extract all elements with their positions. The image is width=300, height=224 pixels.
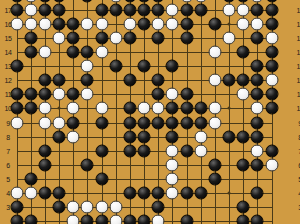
black-stone <box>251 74 264 87</box>
white-stone <box>251 102 264 115</box>
black-stone <box>123 215 136 224</box>
black-stone <box>237 74 250 87</box>
row-label-right-11: 11 <box>293 91 300 98</box>
white-stone <box>152 215 165 224</box>
white-stone <box>109 0 122 2</box>
white-stone <box>53 32 66 45</box>
black-stone <box>10 0 23 2</box>
black-stone <box>138 186 151 199</box>
row-label-right-6: 6 <box>293 161 300 168</box>
black-stone <box>109 4 122 17</box>
black-stone <box>237 215 250 224</box>
white-stone <box>10 116 23 129</box>
black-stone <box>152 32 165 45</box>
white-stone <box>166 4 179 17</box>
white-stone <box>38 18 51 31</box>
star-point <box>228 191 231 194</box>
black-stone <box>67 18 80 31</box>
black-stone <box>53 0 66 2</box>
white-stone <box>123 18 136 31</box>
black-stone <box>24 172 37 185</box>
black-stone <box>166 102 179 115</box>
black-stone <box>53 130 66 143</box>
white-stone <box>67 215 80 224</box>
black-stone <box>10 200 23 213</box>
black-stone <box>53 74 66 87</box>
black-stone <box>10 215 23 224</box>
white-stone <box>251 144 264 157</box>
white-stone <box>166 158 179 171</box>
white-stone <box>67 130 80 143</box>
black-stone <box>152 200 165 213</box>
white-stone <box>24 0 37 2</box>
black-stone <box>10 102 23 115</box>
row-label-left-5: 5 <box>1 175 15 182</box>
white-stone <box>10 18 23 31</box>
black-stone <box>81 215 94 224</box>
black-stone <box>24 102 37 115</box>
white-stone <box>138 102 151 115</box>
black-stone <box>24 88 37 101</box>
black-stone <box>123 130 136 143</box>
black-stone <box>81 158 94 171</box>
row-label-right-5: 5 <box>293 175 300 182</box>
white-stone <box>166 88 179 101</box>
black-stone <box>180 144 193 157</box>
black-stone <box>123 74 136 87</box>
black-stone <box>237 0 250 2</box>
black-stone <box>265 0 278 2</box>
white-stone <box>67 102 80 115</box>
white-stone <box>237 4 250 17</box>
black-stone <box>180 88 193 101</box>
white-stone <box>95 200 108 213</box>
black-stone <box>251 60 264 73</box>
black-stone <box>53 200 66 213</box>
black-stone <box>38 88 51 101</box>
black-stone <box>24 46 37 59</box>
black-stone <box>95 215 108 224</box>
white-stone <box>194 0 207 2</box>
black-stone <box>223 130 236 143</box>
black-stone <box>123 32 136 45</box>
black-stone <box>166 116 179 129</box>
black-stone <box>251 158 264 171</box>
white-stone <box>81 18 94 31</box>
black-stone <box>123 102 136 115</box>
white-stone <box>208 116 221 129</box>
black-stone <box>95 172 108 185</box>
white-stone <box>109 215 122 224</box>
black-stone <box>152 186 165 199</box>
row-label-left-7: 7 <box>1 147 15 154</box>
row-label-left-12: 12 <box>1 77 15 84</box>
white-stone <box>24 186 37 199</box>
black-stone <box>53 18 66 31</box>
black-stone <box>53 186 66 199</box>
black-stone <box>251 116 264 129</box>
black-stone <box>67 32 80 45</box>
grid-line-v <box>87 0 88 224</box>
white-stone <box>166 186 179 199</box>
row-label-right-4: 4 <box>293 189 300 196</box>
star-point <box>228 23 231 26</box>
white-stone <box>38 102 51 115</box>
black-stone <box>194 4 207 17</box>
black-stone <box>138 144 151 157</box>
row-label-right-8: 8 <box>293 133 300 140</box>
black-stone <box>38 186 51 199</box>
white-stone <box>109 200 122 213</box>
black-stone <box>194 186 207 199</box>
black-stone <box>123 144 136 157</box>
black-stone <box>251 130 264 143</box>
black-stone <box>38 4 51 17</box>
black-stone <box>251 186 264 199</box>
black-stone <box>152 116 165 129</box>
row-label-left-14: 14 <box>1 49 15 56</box>
black-stone <box>208 18 221 31</box>
black-stone <box>38 158 51 171</box>
white-stone <box>265 158 278 171</box>
white-stone <box>251 18 264 31</box>
black-stone <box>237 130 250 143</box>
black-stone <box>95 4 108 17</box>
black-stone <box>251 88 264 101</box>
star-point <box>58 107 61 110</box>
black-stone <box>251 215 264 224</box>
black-stone <box>67 88 80 101</box>
white-stone <box>109 32 122 45</box>
white-stone <box>208 74 221 87</box>
black-stone <box>265 102 278 115</box>
black-stone <box>123 0 136 2</box>
black-stone <box>223 74 236 87</box>
go-board[interactable]: 1717161615151414131312121111101099887766… <box>0 0 300 224</box>
black-stone <box>180 215 193 224</box>
black-stone <box>123 4 136 17</box>
black-stone <box>152 88 165 101</box>
row-label-right-12: 12 <box>293 77 300 84</box>
black-stone <box>53 4 66 17</box>
black-stone <box>180 116 193 129</box>
black-stone <box>166 60 179 73</box>
black-stone <box>138 60 151 73</box>
black-stone <box>152 0 165 2</box>
white-stone <box>152 18 165 31</box>
black-stone <box>180 186 193 199</box>
black-stone <box>152 74 165 87</box>
black-stone <box>24 32 37 45</box>
black-stone <box>138 4 151 17</box>
black-stone <box>180 32 193 45</box>
white-stone <box>237 18 250 31</box>
white-stone <box>166 172 179 185</box>
white-stone <box>95 46 108 59</box>
black-stone <box>138 0 151 2</box>
black-stone <box>194 116 207 129</box>
black-stone <box>123 186 136 199</box>
black-stone <box>109 60 122 73</box>
white-stone <box>152 102 165 115</box>
black-stone <box>123 116 136 129</box>
row-label-right-14: 14 <box>293 49 300 56</box>
white-stone <box>237 88 250 101</box>
black-stone <box>152 4 165 17</box>
row-label-right-17: 17 <box>293 7 300 14</box>
row-label-right-9: 9 <box>293 119 300 126</box>
white-stone <box>166 144 179 157</box>
black-stone <box>265 46 278 59</box>
black-stone <box>95 116 108 129</box>
white-stone <box>194 130 207 143</box>
black-stone <box>138 18 151 31</box>
white-stone <box>223 4 236 17</box>
white-stone <box>251 0 264 2</box>
black-stone <box>38 74 51 87</box>
white-stone <box>223 32 236 45</box>
black-stone <box>237 158 250 171</box>
black-stone <box>10 4 23 17</box>
black-stone <box>67 46 80 59</box>
row-label-right-7: 7 <box>293 147 300 154</box>
white-stone <box>38 46 51 59</box>
white-stone <box>10 186 23 199</box>
white-stone <box>265 74 278 87</box>
white-stone <box>265 32 278 45</box>
white-stone <box>166 18 179 31</box>
black-stone <box>81 74 94 87</box>
row-label-right-15: 15 <box>293 35 300 42</box>
black-stone <box>138 116 151 129</box>
black-stone <box>265 144 278 157</box>
white-stone <box>95 18 108 31</box>
black-stone <box>223 0 236 2</box>
black-stone <box>38 0 51 2</box>
grid-line-v <box>243 0 244 224</box>
black-stone <box>24 215 37 224</box>
black-stone <box>251 4 264 17</box>
black-stone <box>237 46 250 59</box>
star-point <box>228 107 231 110</box>
black-stone <box>265 88 278 101</box>
white-stone <box>180 0 193 2</box>
black-stone <box>265 4 278 17</box>
row-label-right-16: 16 <box>293 21 300 28</box>
black-stone <box>237 200 250 213</box>
black-stone <box>81 46 94 59</box>
black-stone <box>208 172 221 185</box>
white-stone <box>81 88 94 101</box>
black-stone <box>38 144 51 157</box>
black-stone <box>10 60 23 73</box>
white-stone <box>24 4 37 17</box>
black-stone <box>95 144 108 157</box>
black-stone <box>10 88 23 101</box>
black-stone <box>138 215 151 224</box>
row-label-left-6: 6 <box>1 161 15 168</box>
black-stone <box>180 102 193 115</box>
row-label-right-10: 10 <box>293 105 300 112</box>
row-label-right-3: 3 <box>293 203 300 210</box>
white-stone <box>81 200 94 213</box>
white-stone <box>208 102 221 115</box>
white-stone <box>81 60 94 73</box>
row-label-right-13: 13 <box>293 63 300 70</box>
black-stone <box>251 32 264 45</box>
white-stone <box>53 88 66 101</box>
black-stone <box>265 18 278 31</box>
white-stone <box>208 46 221 59</box>
white-stone <box>67 200 80 213</box>
black-stone <box>138 130 151 143</box>
white-stone <box>53 116 66 129</box>
black-stone <box>67 116 80 129</box>
white-stone <box>24 18 37 31</box>
row-label-left-8: 8 <box>1 133 15 140</box>
black-stone <box>166 130 179 143</box>
white-stone <box>95 102 108 115</box>
black-stone <box>265 60 278 73</box>
row-label-left-15: 15 <box>1 35 15 42</box>
white-stone <box>38 116 51 129</box>
black-stone <box>81 0 94 2</box>
black-stone <box>208 158 221 171</box>
black-stone <box>95 32 108 45</box>
black-stone <box>180 4 193 17</box>
black-stone <box>180 18 193 31</box>
black-stone <box>194 102 207 115</box>
white-stone <box>194 144 207 157</box>
